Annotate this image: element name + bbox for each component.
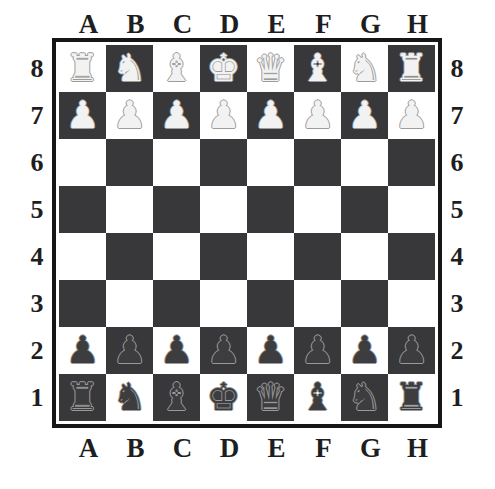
file-labels-bottom: ABCDEFGH — [22, 428, 473, 468]
square-d3[interactable] — [200, 280, 247, 327]
black-pawn-a2[interactable]: ♟ — [65, 327, 99, 374]
white-bishop-c8[interactable]: ♝ — [159, 45, 193, 92]
rank-labels-left: 87654321 — [22, 38, 52, 428]
square-g5[interactable] — [341, 186, 388, 233]
square-b4[interactable] — [106, 233, 153, 280]
square-h2[interactable]: ♟ — [388, 327, 435, 374]
file-label-a: A — [65, 435, 112, 462]
square-c1[interactable]: ♝ — [153, 374, 200, 421]
square-f4[interactable] — [294, 233, 341, 280]
square-c2[interactable]: ♟ — [153, 327, 200, 374]
rank-labels-right: 87654321 — [442, 38, 472, 428]
file-label-d: D — [206, 435, 253, 462]
board-middle-row: 87654321 ♜♞♝♚♛♝♞♜♟♟♟♟♟♟♟♟♟♟♟♟♟♟♟♟♜♞♝♚♛♝♞… — [22, 38, 473, 428]
square-c3[interactable] — [153, 280, 200, 327]
square-c7[interactable]: ♟ — [153, 92, 200, 139]
black-pawn-b2[interactable]: ♟ — [112, 327, 146, 374]
rank-label-3: 3 — [442, 280, 472, 327]
square-d8[interactable]: ♚ — [200, 45, 247, 92]
black-pawn-f2[interactable]: ♟ — [300, 327, 334, 374]
square-c5[interactable] — [153, 186, 200, 233]
square-a6[interactable] — [59, 139, 106, 186]
white-bishop-f8[interactable]: ♝ — [300, 45, 334, 92]
rank-label-2: 2 — [442, 327, 472, 374]
white-pawn-d7[interactable]: ♟ — [206, 92, 240, 139]
rank-label-5: 5 — [22, 186, 52, 233]
square-h8[interactable]: ♜ — [388, 45, 435, 92]
file-label-e: E — [253, 11, 300, 38]
square-e1[interactable]: ♛ — [247, 374, 294, 421]
square-c4[interactable] — [153, 233, 200, 280]
square-d6[interactable] — [200, 139, 247, 186]
white-pawn-f7[interactable]: ♟ — [300, 92, 334, 139]
square-b6[interactable] — [106, 139, 153, 186]
square-d4[interactable] — [200, 233, 247, 280]
square-f2[interactable]: ♟ — [294, 327, 341, 374]
white-pawn-g7[interactable]: ♟ — [347, 92, 381, 139]
file-labels-top: ABCDEFGH — [22, 2, 473, 38]
square-e2[interactable]: ♟ — [247, 327, 294, 374]
white-knight-g8[interactable]: ♞ — [347, 45, 381, 92]
black-pawn-g2[interactable]: ♟ — [347, 327, 381, 374]
square-d5[interactable] — [200, 186, 247, 233]
square-b7[interactable]: ♟ — [106, 92, 153, 139]
square-b3[interactable] — [106, 280, 153, 327]
square-g3[interactable] — [341, 280, 388, 327]
black-rook-a1[interactable]: ♜ — [65, 374, 99, 421]
white-pawn-e7[interactable]: ♟ — [253, 92, 287, 139]
file-label-c: C — [159, 435, 206, 462]
square-b1[interactable]: ♞ — [106, 374, 153, 421]
square-e3[interactable] — [247, 280, 294, 327]
rank-label-6: 6 — [442, 139, 472, 186]
rank-label-8: 8 — [442, 45, 472, 92]
white-rook-a8[interactable]: ♜ — [65, 45, 99, 92]
square-a3[interactable] — [59, 280, 106, 327]
file-label-a: A — [65, 11, 112, 38]
square-c6[interactable] — [153, 139, 200, 186]
square-d7[interactable]: ♟ — [200, 92, 247, 139]
square-f6[interactable] — [294, 139, 341, 186]
square-h1[interactable]: ♜ — [388, 374, 435, 421]
file-label-f: F — [300, 11, 347, 38]
black-king-d1[interactable]: ♚ — [206, 374, 240, 421]
square-e5[interactable] — [247, 186, 294, 233]
file-label-g: G — [347, 435, 394, 462]
square-b2[interactable]: ♟ — [106, 327, 153, 374]
black-pawn-e2[interactable]: ♟ — [253, 327, 287, 374]
rank-label-8: 8 — [22, 45, 52, 92]
square-g2[interactable]: ♟ — [341, 327, 388, 374]
black-pawn-d2[interactable]: ♟ — [206, 327, 240, 374]
white-queen-e8[interactable]: ♛ — [253, 45, 287, 92]
rank-label-7: 7 — [442, 92, 472, 139]
file-label-b: B — [112, 11, 159, 38]
black-pawn-h2[interactable]: ♟ — [394, 327, 428, 374]
square-h3[interactable] — [388, 280, 435, 327]
rank-label-6: 6 — [22, 139, 52, 186]
square-a2[interactable]: ♟ — [59, 327, 106, 374]
rank-label-4: 4 — [442, 233, 472, 280]
square-g7[interactable]: ♟ — [341, 92, 388, 139]
square-e4[interactable] — [247, 233, 294, 280]
square-h5[interactable] — [388, 186, 435, 233]
white-knight-b8[interactable]: ♞ — [112, 45, 146, 92]
square-g8[interactable]: ♞ — [341, 45, 388, 92]
white-pawn-b7[interactable]: ♟ — [112, 92, 146, 139]
black-bishop-f1[interactable]: ♝ — [300, 374, 334, 421]
black-knight-b1[interactable]: ♞ — [112, 374, 146, 421]
rank-label-4: 4 — [22, 233, 52, 280]
square-h6[interactable] — [388, 139, 435, 186]
rank-label-1: 1 — [22, 374, 52, 421]
black-rook-h1[interactable]: ♜ — [394, 374, 428, 421]
file-label-h: H — [394, 11, 441, 38]
chess-diagram: ABCDEFGH 87654321 ♜♞♝♚♛♝♞♜♟♟♟♟♟♟♟♟♟♟♟♟♟♟… — [0, 0, 495, 489]
square-g1[interactable]: ♞ — [341, 374, 388, 421]
square-a8[interactable]: ♜ — [59, 45, 106, 92]
square-a1[interactable]: ♜ — [59, 374, 106, 421]
square-f5[interactable] — [294, 186, 341, 233]
rank-label-7: 7 — [22, 92, 52, 139]
file-label-f: F — [300, 435, 347, 462]
rank-label-2: 2 — [22, 327, 52, 374]
file-label-e: E — [253, 435, 300, 462]
square-f8[interactable]: ♝ — [294, 45, 341, 92]
square-e8[interactable]: ♛ — [247, 45, 294, 92]
black-bishop-c1[interactable]: ♝ — [159, 374, 193, 421]
white-pawn-h7[interactable]: ♟ — [394, 92, 428, 139]
square-b8[interactable]: ♞ — [106, 45, 153, 92]
square-a5[interactable] — [59, 186, 106, 233]
chess-board: ♜♞♝♚♛♝♞♜♟♟♟♟♟♟♟♟♟♟♟♟♟♟♟♟♜♞♝♚♛♝♞♜ — [59, 45, 435, 421]
file-label-c: C — [159, 11, 206, 38]
board-frame: ♜♞♝♚♛♝♞♜♟♟♟♟♟♟♟♟♟♟♟♟♟♟♟♟♜♞♝♚♛♝♞♜ — [52, 38, 442, 428]
square-e7[interactable]: ♟ — [247, 92, 294, 139]
square-f3[interactable] — [294, 280, 341, 327]
rank-label-1: 1 — [442, 374, 472, 421]
square-c8[interactable]: ♝ — [153, 45, 200, 92]
white-pawn-a7[interactable]: ♟ — [65, 92, 99, 139]
square-h7[interactable]: ♟ — [388, 92, 435, 139]
white-rook-h8[interactable]: ♜ — [394, 45, 428, 92]
square-a7[interactable]: ♟ — [59, 92, 106, 139]
square-g4[interactable] — [341, 233, 388, 280]
square-f1[interactable]: ♝ — [294, 374, 341, 421]
square-d2[interactable]: ♟ — [200, 327, 247, 374]
rank-label-3: 3 — [22, 280, 52, 327]
square-f7[interactable]: ♟ — [294, 92, 341, 139]
rank-label-5: 5 — [442, 186, 472, 233]
file-label-b: B — [112, 435, 159, 462]
square-a4[interactable] — [59, 233, 106, 280]
file-label-g: G — [347, 11, 394, 38]
square-g6[interactable] — [341, 139, 388, 186]
file-label-h: H — [394, 435, 441, 462]
square-h4[interactable] — [388, 233, 435, 280]
white-pawn-c7[interactable]: ♟ — [159, 92, 193, 139]
square-b5[interactable] — [106, 186, 153, 233]
black-queen-e1[interactable]: ♛ — [253, 374, 287, 421]
square-e6[interactable] — [247, 139, 294, 186]
black-pawn-c2[interactable]: ♟ — [159, 327, 193, 374]
white-king-d8[interactable]: ♚ — [206, 45, 240, 92]
black-knight-g1[interactable]: ♞ — [347, 374, 381, 421]
square-d1[interactable]: ♚ — [200, 374, 247, 421]
file-label-d: D — [206, 11, 253, 38]
